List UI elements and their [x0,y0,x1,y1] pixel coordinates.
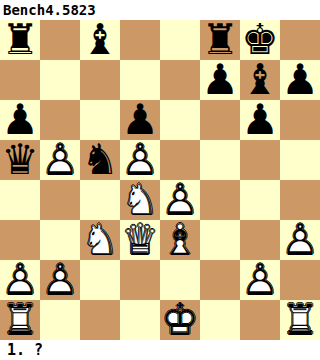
square-g4[interactable] [240,180,280,220]
piece-outline-glyph: ♙ [160,180,200,220]
square-a2[interactable]: ♟♙ [0,260,40,300]
square-d5[interactable]: ♟♙ [120,140,160,180]
square-g5[interactable] [240,140,280,180]
square-b5[interactable]: ♟♙ [40,140,80,180]
piece-black-rook-a8[interactable]: ♜ [0,20,40,60]
square-e2[interactable] [160,260,200,300]
square-h3[interactable]: ♟♙ [280,220,320,260]
square-e6[interactable] [160,100,200,140]
piece-black-king-g8[interactable]: ♚ [240,20,280,60]
square-b1[interactable] [40,300,80,340]
piece-white-pawn-b2[interactable]: ♟♙ [40,260,80,300]
square-c8[interactable]: ♝ [80,20,120,60]
square-a4[interactable] [0,180,40,220]
piece-outline-glyph: ♙ [280,220,320,260]
square-c4[interactable] [80,180,120,220]
piece-fill-glyph: ♟ [0,100,40,140]
piece-black-pawn-f7[interactable]: ♟ [200,60,240,100]
piece-fill-glyph: ♝ [240,60,280,100]
square-d2[interactable] [120,260,160,300]
square-f8[interactable]: ♜ [200,20,240,60]
square-f1[interactable] [200,300,240,340]
square-h1[interactable]: ♜♖ [280,300,320,340]
square-h5[interactable] [280,140,320,180]
square-c7[interactable] [80,60,120,100]
square-e4[interactable]: ♟♙ [160,180,200,220]
piece-white-rook-a1[interactable]: ♜♖ [0,300,40,340]
square-c3[interactable]: ♞♘ [80,220,120,260]
piece-fill-glyph: ♟ [120,100,160,140]
square-a8[interactable]: ♜ [0,20,40,60]
chess-bench-window: Bench4.5823 ♜♝♜♚♟♝♟♟♟♟♛♟♙♞♟♙♞♘♟♙♞♘♛♕♝♗♟♙… [0,0,320,360]
chess-board: ♜♝♜♚♟♝♟♟♟♟♛♟♙♞♟♙♞♘♟♙♞♘♛♕♝♗♟♙♟♙♟♙♟♙♜♖♚♔♜♖ [0,20,320,340]
square-b2[interactable]: ♟♙ [40,260,80,300]
piece-outline-glyph: ♗ [160,220,200,260]
square-h2[interactable] [280,260,320,300]
piece-black-pawn-a6[interactable]: ♟ [0,100,40,140]
piece-outline-glyph: ♙ [0,260,40,300]
square-d3[interactable]: ♛♕ [120,220,160,260]
piece-fill-glyph: ♜ [200,20,240,60]
piece-white-bishop-e3[interactable]: ♝♗ [160,220,200,260]
piece-outline-glyph: ♖ [0,300,40,340]
piece-black-pawn-g6[interactable]: ♟ [240,100,280,140]
square-g6[interactable]: ♟ [240,100,280,140]
piece-white-queen-d3[interactable]: ♛♕ [120,220,160,260]
square-f5[interactable] [200,140,240,180]
square-e3[interactable]: ♝♗ [160,220,200,260]
piece-black-knight-c5[interactable]: ♞ [80,140,120,180]
piece-white-knight-d4[interactable]: ♞♘ [120,180,160,220]
piece-fill-glyph: ♛ [0,140,40,180]
square-b7[interactable] [40,60,80,100]
square-d4[interactable]: ♞♘ [120,180,160,220]
square-b3[interactable] [40,220,80,260]
piece-black-pawn-h7[interactable]: ♟ [280,60,320,100]
piece-white-pawn-a2[interactable]: ♟♙ [0,260,40,300]
square-g8[interactable]: ♚ [240,20,280,60]
piece-outline-glyph: ♘ [80,220,120,260]
square-d7[interactable] [120,60,160,100]
piece-white-pawn-d5[interactable]: ♟♙ [120,140,160,180]
piece-black-queen-a5[interactable]: ♛ [0,140,40,180]
square-h4[interactable] [280,180,320,220]
square-b8[interactable] [40,20,80,60]
square-a3[interactable] [0,220,40,260]
square-g3[interactable] [240,220,280,260]
square-h7[interactable]: ♟ [280,60,320,100]
square-d6[interactable]: ♟ [120,100,160,140]
square-f2[interactable] [200,260,240,300]
square-e8[interactable] [160,20,200,60]
piece-white-pawn-b5[interactable]: ♟♙ [40,140,80,180]
square-g1[interactable] [240,300,280,340]
piece-white-rook-h1[interactable]: ♜♖ [280,300,320,340]
piece-outline-glyph: ♕ [120,220,160,260]
piece-outline-glyph: ♘ [120,180,160,220]
status-bar: 1. ? [0,340,320,360]
square-d1[interactable] [120,300,160,340]
square-a1[interactable]: ♜♖ [0,300,40,340]
piece-outline-glyph: ♔ [160,300,200,340]
piece-white-pawn-g2[interactable]: ♟♙ [240,260,280,300]
square-h6[interactable] [280,100,320,140]
square-c5[interactable]: ♞ [80,140,120,180]
piece-fill-glyph: ♝ [80,20,120,60]
square-e7[interactable] [160,60,200,100]
square-f4[interactable] [200,180,240,220]
piece-fill-glyph: ♟ [240,100,280,140]
square-b6[interactable] [40,100,80,140]
piece-white-knight-c3[interactable]: ♞♘ [80,220,120,260]
square-a5[interactable]: ♛ [0,140,40,180]
square-a6[interactable]: ♟ [0,100,40,140]
square-c1[interactable] [80,300,120,340]
square-f6[interactable] [200,100,240,140]
piece-white-pawn-h3[interactable]: ♟♙ [280,220,320,260]
piece-fill-glyph: ♜ [0,20,40,60]
piece-black-pawn-d6[interactable]: ♟ [120,100,160,140]
piece-black-bishop-c8[interactable]: ♝ [80,20,120,60]
piece-outline-glyph: ♖ [280,300,320,340]
square-b4[interactable] [40,180,80,220]
square-c6[interactable] [80,100,120,140]
piece-black-bishop-g7[interactable]: ♝ [240,60,280,100]
square-e1[interactable]: ♚♔ [160,300,200,340]
piece-outline-glyph: ♙ [40,140,80,180]
piece-white-king-e1[interactable]: ♚♔ [160,300,200,340]
piece-fill-glyph: ♚ [240,20,280,60]
square-f7[interactable]: ♟ [200,60,240,100]
square-f3[interactable] [200,220,240,260]
square-c2[interactable] [80,260,120,300]
square-d8[interactable] [120,20,160,60]
square-e5[interactable] [160,140,200,180]
piece-black-rook-f8[interactable]: ♜ [200,20,240,60]
piece-outline-glyph: ♙ [240,260,280,300]
piece-fill-glyph: ♞ [80,140,120,180]
square-h8[interactable] [280,20,320,60]
piece-outline-glyph: ♙ [40,260,80,300]
square-a7[interactable] [0,60,40,100]
square-g2[interactable]: ♟♙ [240,260,280,300]
piece-outline-glyph: ♙ [120,140,160,180]
piece-fill-glyph: ♟ [200,60,240,100]
square-g7[interactable]: ♝ [240,60,280,100]
piece-fill-glyph: ♟ [280,60,320,100]
piece-white-pawn-e4[interactable]: ♟♙ [160,180,200,220]
